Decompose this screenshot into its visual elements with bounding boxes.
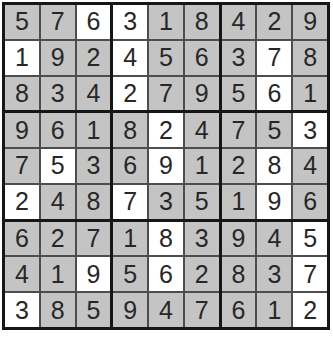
cell-r4c5[interactable]: 2 — [149, 113, 183, 147]
cell-r4c3[interactable]: 1 — [77, 113, 111, 147]
cell-r8c2[interactable]: 1 — [41, 257, 75, 291]
cell-r9c5[interactable]: 4 — [149, 293, 183, 327]
sudoku-box-3: 429378561 — [222, 5, 327, 110]
cell-r9c9[interactable]: 2 — [293, 293, 327, 327]
cell-r9c3[interactable]: 5 — [77, 293, 111, 327]
cell-r6c1[interactable]: 2 — [5, 185, 39, 219]
cell-r3c3[interactable]: 4 — [77, 77, 111, 111]
sudoku-box-1: 576192834 — [5, 5, 110, 110]
cell-r9c4[interactable]: 9 — [113, 293, 147, 327]
cell-r1c2[interactable]: 7 — [41, 5, 75, 39]
cell-r1c9[interactable]: 9 — [293, 5, 327, 39]
cell-r2c1[interactable]: 1 — [5, 41, 39, 75]
cell-r8c7[interactable]: 8 — [222, 257, 256, 291]
cell-r3c4[interactable]: 2 — [113, 77, 147, 111]
cell-r7c6[interactable]: 3 — [185, 222, 219, 256]
cell-r1c4[interactable]: 3 — [113, 5, 147, 39]
cell-r5c2[interactable]: 5 — [41, 149, 75, 183]
cell-r4c6[interactable]: 4 — [185, 113, 219, 147]
cell-r5c3[interactable]: 3 — [77, 149, 111, 183]
cell-r3c1[interactable]: 8 — [5, 77, 39, 111]
cell-r1c7[interactable]: 4 — [222, 5, 256, 39]
cell-r2c7[interactable]: 3 — [222, 41, 256, 75]
sudoku-box-5: 824691735 — [113, 113, 218, 218]
cell-r5c7[interactable]: 2 — [222, 149, 256, 183]
sudoku-box-6: 753284196 — [222, 113, 327, 218]
cell-r8c8[interactable]: 3 — [257, 257, 291, 291]
cell-r9c6[interactable]: 7 — [185, 293, 219, 327]
cell-r5c9[interactable]: 4 — [293, 149, 327, 183]
cell-r7c7[interactable]: 9 — [222, 222, 256, 256]
sudoku-board: 5761928343184562794293785619617532488246… — [2, 2, 330, 330]
cell-r1c8[interactable]: 2 — [257, 5, 291, 39]
cell-r6c9[interactable]: 6 — [293, 185, 327, 219]
sudoku-box-2: 318456279 — [113, 5, 218, 110]
cell-r1c1[interactable]: 5 — [5, 5, 39, 39]
cell-r9c7[interactable]: 6 — [222, 293, 256, 327]
sudoku-board-wrapper: 5761928343184562794293785619617532488246… — [0, 0, 333, 330]
cell-r4c9[interactable]: 3 — [293, 113, 327, 147]
cell-r8c9[interactable]: 7 — [293, 257, 327, 291]
sudoku-box-7: 627419385 — [5, 222, 110, 327]
cell-r2c6[interactable]: 6 — [185, 41, 219, 75]
cell-r4c4[interactable]: 8 — [113, 113, 147, 147]
cell-r6c3[interactable]: 8 — [77, 185, 111, 219]
cell-r3c7[interactable]: 5 — [222, 77, 256, 111]
cell-r2c8[interactable]: 7 — [257, 41, 291, 75]
cell-r4c1[interactable]: 9 — [5, 113, 39, 147]
cell-r6c2[interactable]: 4 — [41, 185, 75, 219]
cell-r5c4[interactable]: 6 — [113, 149, 147, 183]
cell-r5c5[interactable]: 9 — [149, 149, 183, 183]
cell-r5c1[interactable]: 7 — [5, 149, 39, 183]
cell-r7c5[interactable]: 8 — [149, 222, 183, 256]
cell-r7c8[interactable]: 4 — [257, 222, 291, 256]
cell-r9c8[interactable]: 1 — [257, 293, 291, 327]
cell-r1c6[interactable]: 8 — [185, 5, 219, 39]
cell-r2c4[interactable]: 4 — [113, 41, 147, 75]
cell-r2c9[interactable]: 8 — [293, 41, 327, 75]
cell-r2c5[interactable]: 5 — [149, 41, 183, 75]
cell-r4c2[interactable]: 6 — [41, 113, 75, 147]
cell-r6c8[interactable]: 9 — [257, 185, 291, 219]
cell-r7c1[interactable]: 6 — [5, 222, 39, 256]
cell-r3c2[interactable]: 3 — [41, 77, 75, 111]
cell-r6c6[interactable]: 5 — [185, 185, 219, 219]
cell-r1c3[interactable]: 6 — [77, 5, 111, 39]
cell-r3c5[interactable]: 7 — [149, 77, 183, 111]
cell-r9c2[interactable]: 8 — [41, 293, 75, 327]
cell-r7c3[interactable]: 7 — [77, 222, 111, 256]
sudoku-box-9: 945837612 — [222, 222, 327, 327]
cell-r3c6[interactable]: 9 — [185, 77, 219, 111]
cell-r2c2[interactable]: 9 — [41, 41, 75, 75]
cell-r5c8[interactable]: 8 — [257, 149, 291, 183]
cell-r1c5[interactable]: 1 — [149, 5, 183, 39]
cell-r4c8[interactable]: 5 — [257, 113, 291, 147]
sudoku-box-4: 961753248 — [5, 113, 110, 218]
cell-r7c9[interactable]: 5 — [293, 222, 327, 256]
cell-r8c4[interactable]: 5 — [113, 257, 147, 291]
cell-r8c3[interactable]: 9 — [77, 257, 111, 291]
cell-r5c6[interactable]: 1 — [185, 149, 219, 183]
cell-r6c4[interactable]: 7 — [113, 185, 147, 219]
sudoku-box-8: 183562947 — [113, 222, 218, 327]
cell-r8c5[interactable]: 6 — [149, 257, 183, 291]
cell-r3c9[interactable]: 1 — [293, 77, 327, 111]
cell-r7c2[interactable]: 2 — [41, 222, 75, 256]
cell-r9c1[interactable]: 3 — [5, 293, 39, 327]
cell-r8c1[interactable]: 4 — [5, 257, 39, 291]
cell-r8c6[interactable]: 2 — [185, 257, 219, 291]
cell-r3c8[interactable]: 6 — [257, 77, 291, 111]
cell-r6c5[interactable]: 3 — [149, 185, 183, 219]
cell-r2c3[interactable]: 2 — [77, 41, 111, 75]
cell-r7c4[interactable]: 1 — [113, 222, 147, 256]
cell-r4c7[interactable]: 7 — [222, 113, 256, 147]
cell-r6c7[interactable]: 1 — [222, 185, 256, 219]
